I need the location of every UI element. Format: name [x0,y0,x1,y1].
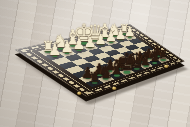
pieces-layer: ♜♞♟♝♟♛♟♚♟♝♟♞♟♜♟♟♟♟♜♟♞♟♝♟♛♟♚♟♝♟♞♜ [0,0,190,127]
white-pawn: ♟ [61,40,74,55]
white-pawn: ♟ [84,35,97,49]
white-pawn: ♟ [72,38,85,53]
brass-clasp [164,65,168,68]
brass-clasp [112,87,116,90]
black-rook: ♜ [88,70,101,84]
white-pawn: ♟ [48,43,62,58]
brass-clasp [77,92,81,95]
chess-set-photo: ♜♞♟♝♟♛♟♚♟♝♟♞♟♜♟♟♟♟♜♟♞♟♝♟♛♟♚♟♝♟♞♜ [0,0,190,127]
